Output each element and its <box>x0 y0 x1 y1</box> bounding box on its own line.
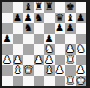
square-h4[interactable]: ♞ <box>76 44 87 55</box>
square-a5[interactable]: ♟ <box>2 34 13 45</box>
square-d1[interactable] <box>34 76 45 87</box>
white-knight-icon: ♞ <box>45 44 54 54</box>
black-rook-icon: ♜ <box>34 2 43 12</box>
square-g1[interactable]: ♜ <box>65 76 76 87</box>
square-e6[interactable] <box>44 23 55 34</box>
square-f1[interactable] <box>55 76 66 87</box>
square-b3[interactable]: ♟ <box>13 55 24 66</box>
square-b1[interactable] <box>13 76 24 87</box>
square-a7[interactable] <box>2 13 13 24</box>
black-pawn-icon: ♟ <box>24 13 33 23</box>
white-pawn-icon: ♟ <box>55 65 64 75</box>
square-h1[interactable]: ♚ <box>76 76 87 87</box>
square-h3[interactable] <box>76 55 87 66</box>
black-rook-icon: ♜ <box>45 2 54 12</box>
square-g2[interactable] <box>65 65 76 76</box>
square-d7[interactable]: ♞ <box>34 13 45 24</box>
square-a4[interactable] <box>2 44 13 55</box>
square-f7[interactable]: ♛ <box>55 13 66 24</box>
square-e2[interactable]: ♝ <box>44 65 55 76</box>
square-f4[interactable] <box>55 44 66 55</box>
square-b6[interactable] <box>13 23 24 34</box>
square-h6[interactable] <box>76 23 87 34</box>
square-c3[interactable] <box>23 55 34 66</box>
square-a6[interactable] <box>2 23 13 34</box>
square-e8[interactable]: ♜ <box>44 2 55 13</box>
black-bishop-icon: ♝ <box>66 13 75 23</box>
square-d8[interactable]: ♜ <box>34 2 45 13</box>
black-pawn-icon: ♟ <box>45 34 54 44</box>
square-g8[interactable]: ♚ <box>65 2 76 13</box>
square-h8[interactable] <box>76 2 87 13</box>
square-b4[interactable] <box>13 44 24 55</box>
square-d6[interactable] <box>34 23 45 34</box>
square-g4[interactable]: ♟ <box>65 44 76 55</box>
square-g3[interactable]: ♜ <box>65 55 76 66</box>
square-g5[interactable] <box>65 34 76 45</box>
square-c6[interactable]: ♞ <box>23 23 34 34</box>
square-e1[interactable] <box>44 76 55 87</box>
white-rook-icon: ♜ <box>66 55 75 65</box>
square-d4[interactable] <box>34 44 45 55</box>
white-queen-icon: ♛ <box>24 65 33 75</box>
square-b8[interactable] <box>13 2 24 13</box>
white-pawn-icon: ♟ <box>66 44 75 54</box>
white-king-icon: ♚ <box>76 76 85 86</box>
square-e7[interactable] <box>44 13 55 24</box>
square-f3[interactable] <box>55 55 66 66</box>
square-g6[interactable]: ♟ <box>65 23 76 34</box>
square-a3[interactable]: ♟ <box>2 55 13 66</box>
black-bishop-icon: ♝ <box>24 2 33 12</box>
square-h2[interactable]: ♟ <box>76 65 87 76</box>
square-d3[interactable]: ♟ <box>34 55 45 66</box>
square-a2[interactable] <box>2 65 13 76</box>
board-frame: ♝♜♜♚♟♟♞♛♝♟♞♟♟♟♟♞♟♞♟♟♟♟♜♝♛♝♟♟♜♚ <box>0 0 90 88</box>
white-pawn-icon: ♟ <box>3 55 12 65</box>
square-e3[interactable]: ♟ <box>44 55 55 66</box>
square-b5[interactable] <box>13 34 24 45</box>
black-knight-icon: ♞ <box>24 23 33 33</box>
black-pawn-icon: ♟ <box>13 13 22 23</box>
square-c5[interactable] <box>23 34 34 45</box>
black-queen-icon: ♛ <box>55 13 64 23</box>
square-a1[interactable] <box>2 76 13 87</box>
square-c7[interactable]: ♟ <box>23 13 34 24</box>
square-f2[interactable]: ♟ <box>55 65 66 76</box>
white-knight-icon: ♞ <box>76 44 85 54</box>
square-e4[interactable]: ♞ <box>44 44 55 55</box>
square-c1[interactable] <box>23 76 34 87</box>
white-rook-icon: ♜ <box>66 76 75 86</box>
white-bishop-icon: ♝ <box>45 65 54 75</box>
square-d5[interactable] <box>34 34 45 45</box>
square-f5[interactable] <box>55 34 66 45</box>
white-pawn-icon: ♟ <box>13 55 22 65</box>
square-c4[interactable] <box>23 44 34 55</box>
square-h7[interactable]: ♟ <box>76 13 87 24</box>
white-pawn-icon: ♟ <box>34 55 43 65</box>
white-pawn-icon: ♟ <box>76 65 85 75</box>
black-pawn-icon: ♟ <box>3 34 12 44</box>
black-knight-icon: ♞ <box>34 13 43 23</box>
square-a8[interactable] <box>2 2 13 13</box>
chess-board: ♝♜♜♚♟♟♞♛♝♟♞♟♟♟♟♞♟♞♟♟♟♟♜♝♛♝♟♟♜♚ <box>2 2 86 86</box>
square-f8[interactable] <box>55 2 66 13</box>
square-e5[interactable]: ♟ <box>44 34 55 45</box>
square-c8[interactable]: ♝ <box>23 2 34 13</box>
square-d2[interactable] <box>34 65 45 76</box>
black-pawn-icon: ♟ <box>66 23 75 33</box>
square-h5[interactable] <box>76 34 87 45</box>
black-king-icon: ♚ <box>66 2 75 12</box>
square-b7[interactable]: ♟ <box>13 13 24 24</box>
square-c2[interactable]: ♛ <box>23 65 34 76</box>
square-f6[interactable]: ♟ <box>55 23 66 34</box>
square-g7[interactable]: ♝ <box>65 13 76 24</box>
white-pawn-icon: ♟ <box>45 55 54 65</box>
white-bishop-icon: ♝ <box>13 65 22 75</box>
square-b2[interactable]: ♝ <box>13 65 24 76</box>
black-pawn-icon: ♟ <box>76 13 85 23</box>
black-pawn-icon: ♟ <box>55 23 64 33</box>
